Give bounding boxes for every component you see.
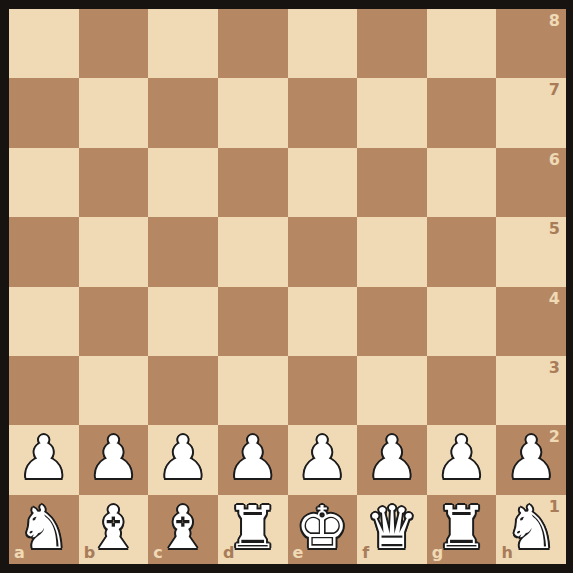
square-b3[interactable] [79, 356, 149, 425]
square-f4[interactable] [357, 287, 427, 356]
square-c7[interactable] [148, 78, 218, 147]
square-c4[interactable] [148, 287, 218, 356]
rank-label-4: 4 [549, 291, 560, 307]
square-d5[interactable] [218, 217, 288, 286]
square-a8[interactable] [9, 9, 79, 78]
square-b1[interactable]: ♝b [79, 495, 149, 564]
square-g2[interactable]: ♟ [427, 425, 497, 494]
square-c5[interactable] [148, 217, 218, 286]
square-e1[interactable]: ♚e [288, 495, 358, 564]
square-d8[interactable] [218, 9, 288, 78]
piece-white-pawn[interactable]: ♟ [435, 428, 488, 487]
square-g1[interactable]: ♜g [427, 495, 497, 564]
square-a4[interactable] [9, 287, 79, 356]
chess-board: 876543♟♟♟♟♟♟♟♟2♞a♝b♝c♜d♚e♛f♜g♞1h [9, 9, 566, 564]
piece-white-king[interactable]: ♚ [296, 498, 349, 557]
piece-white-pawn[interactable]: ♟ [505, 428, 558, 487]
square-b2[interactable]: ♟ [79, 425, 149, 494]
square-a5[interactable] [9, 217, 79, 286]
square-a7[interactable] [9, 78, 79, 147]
square-f8[interactable] [357, 9, 427, 78]
piece-white-pawn[interactable]: ♟ [296, 428, 349, 487]
square-h5[interactable]: 5 [496, 217, 566, 286]
square-d3[interactable] [218, 356, 288, 425]
square-b7[interactable] [79, 78, 149, 147]
square-g3[interactable] [427, 356, 497, 425]
square-e4[interactable] [288, 287, 358, 356]
square-h8[interactable]: 8 [496, 9, 566, 78]
square-a2[interactable]: ♟ [9, 425, 79, 494]
square-c1[interactable]: ♝c [148, 495, 218, 564]
piece-white-pawn[interactable]: ♟ [226, 428, 279, 487]
square-g7[interactable] [427, 78, 497, 147]
square-f1[interactable]: ♛f [357, 495, 427, 564]
square-d6[interactable] [218, 148, 288, 217]
square-b6[interactable] [79, 148, 149, 217]
square-h4[interactable]: 4 [496, 287, 566, 356]
square-c2[interactable]: ♟ [148, 425, 218, 494]
piece-white-bishop[interactable]: ♝ [87, 498, 140, 557]
square-h6[interactable]: 6 [496, 148, 566, 217]
square-d2[interactable]: ♟ [218, 425, 288, 494]
board-frame: 876543♟♟♟♟♟♟♟♟2♞a♝b♝c♜d♚e♛f♜g♞1h [0, 0, 573, 573]
piece-white-knight[interactable]: ♞ [17, 498, 70, 557]
square-c6[interactable] [148, 148, 218, 217]
piece-white-rook[interactable]: ♜ [226, 498, 279, 557]
rank-label-5: 5 [549, 221, 560, 237]
square-e2[interactable]: ♟ [288, 425, 358, 494]
square-b8[interactable] [79, 9, 149, 78]
square-f3[interactable] [357, 356, 427, 425]
piece-white-knight[interactable]: ♞ [505, 498, 558, 557]
square-b4[interactable] [79, 287, 149, 356]
square-e5[interactable] [288, 217, 358, 286]
square-b5[interactable] [79, 217, 149, 286]
square-a6[interactable] [9, 148, 79, 217]
piece-white-bishop[interactable]: ♝ [157, 498, 210, 557]
piece-white-pawn[interactable]: ♟ [365, 428, 418, 487]
square-d1[interactable]: ♜d [218, 495, 288, 564]
square-f5[interactable] [357, 217, 427, 286]
square-f6[interactable] [357, 148, 427, 217]
rank-label-8: 8 [549, 13, 560, 29]
square-e8[interactable] [288, 9, 358, 78]
square-h3[interactable]: 3 [496, 356, 566, 425]
rank-label-3: 3 [549, 360, 560, 376]
square-a1[interactable]: ♞a [9, 495, 79, 564]
square-g5[interactable] [427, 217, 497, 286]
square-a3[interactable] [9, 356, 79, 425]
piece-white-pawn[interactable]: ♟ [87, 428, 140, 487]
square-f2[interactable]: ♟ [357, 425, 427, 494]
square-c8[interactable] [148, 9, 218, 78]
square-e6[interactable] [288, 148, 358, 217]
square-e3[interactable] [288, 356, 358, 425]
square-h7[interactable]: 7 [496, 78, 566, 147]
square-h2[interactable]: ♟2 [496, 425, 566, 494]
square-d4[interactable] [218, 287, 288, 356]
square-g6[interactable] [427, 148, 497, 217]
square-h1[interactable]: ♞1h [496, 495, 566, 564]
piece-white-pawn[interactable]: ♟ [157, 428, 210, 487]
rank-label-7: 7 [549, 82, 560, 98]
rank-label-6: 6 [549, 152, 560, 168]
square-c3[interactable] [148, 356, 218, 425]
square-f7[interactable] [357, 78, 427, 147]
piece-white-queen[interactable]: ♛ [365, 498, 418, 557]
piece-white-rook[interactable]: ♜ [435, 498, 488, 557]
square-e7[interactable] [288, 78, 358, 147]
square-g4[interactable] [427, 287, 497, 356]
square-g8[interactable] [427, 9, 497, 78]
piece-white-pawn[interactable]: ♟ [17, 428, 70, 487]
square-d7[interactable] [218, 78, 288, 147]
